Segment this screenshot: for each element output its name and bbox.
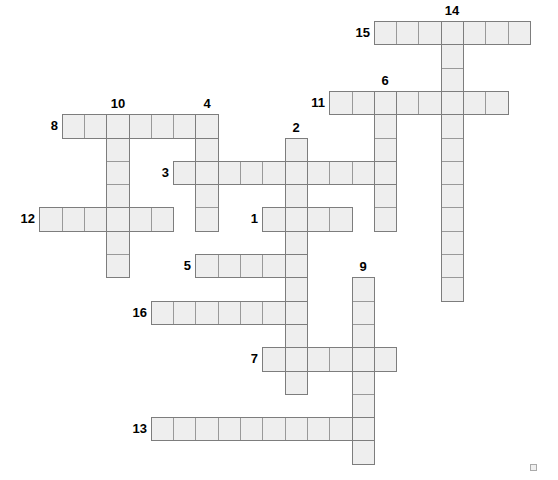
crossword-cell[interactable] — [374, 184, 397, 208]
clue-number-across-1: 1 — [251, 211, 258, 226]
crossword-cell[interactable] — [106, 161, 130, 185]
crossword-cell[interactable] — [106, 114, 130, 139]
crossword-cell[interactable] — [173, 114, 196, 139]
crossword-cell[interactable] — [352, 394, 375, 418]
crossword-cell[interactable] — [441, 277, 464, 302]
crossword-cell[interactable] — [352, 417, 375, 441]
crossword-cell[interactable] — [285, 417, 308, 441]
crossword-cell[interactable] — [195, 184, 219, 208]
crossword-cell[interactable] — [374, 21, 397, 45]
crossword-cell[interactable] — [441, 184, 464, 208]
clue-number-across-8: 8 — [51, 118, 58, 133]
crossword-cell[interactable] — [463, 91, 486, 115]
crossword-cell[interactable] — [195, 161, 219, 185]
crossword-cell[interactable] — [441, 231, 464, 255]
crossword-cell[interactable] — [441, 91, 464, 115]
clue-number-across-11: 11 — [311, 95, 325, 110]
crossword-cell[interactable] — [352, 91, 375, 115]
crossword-cell[interactable] — [285, 184, 308, 208]
crossword-cell[interactable] — [106, 184, 130, 208]
crossword-cell[interactable] — [441, 161, 464, 185]
crossword-cell[interactable] — [285, 347, 308, 372]
crossword-cell[interactable] — [441, 44, 464, 69]
clue-number-down-9: 9 — [359, 259, 366, 274]
crossword-board: 15118312151671314610429 — [0, 0, 558, 480]
crossword-cell[interactable] — [240, 301, 263, 325]
crossword-cell[interactable] — [441, 254, 464, 278]
crossword-cell[interactable] — [285, 138, 308, 162]
clue-number-down-2: 2 — [292, 120, 299, 135]
crossword-cell[interactable] — [441, 21, 464, 45]
crossword-cell[interactable] — [262, 254, 286, 278]
crossword-cell[interactable] — [374, 161, 397, 185]
clue-number-across-12: 12 — [21, 211, 35, 226]
clue-number-across-15: 15 — [356, 25, 370, 40]
crossword-cell[interactable] — [352, 301, 375, 325]
crossword-cell[interactable] — [173, 161, 196, 185]
crossword-cell[interactable] — [352, 161, 375, 185]
crossword-cell[interactable] — [508, 21, 531, 45]
crossword-cell[interactable] — [285, 231, 308, 255]
crossword-cell[interactable] — [106, 254, 130, 278]
crossword-cell[interactable] — [39, 207, 63, 232]
crossword-cell[interactable] — [485, 91, 509, 115]
crossword-cell[interactable] — [218, 417, 241, 441]
crossword-cell[interactable] — [285, 301, 308, 325]
crossword-cell[interactable] — [463, 21, 486, 45]
crossword-cell[interactable] — [329, 161, 353, 185]
clue-number-down-6: 6 — [381, 73, 388, 88]
crossword-cell[interactable] — [374, 138, 397, 162]
crossword-cell[interactable] — [218, 301, 241, 325]
crossword-cell[interactable] — [307, 207, 330, 232]
crossword-cell[interactable] — [151, 417, 174, 441]
crossword-cell[interactable] — [285, 371, 308, 395]
crossword-cell[interactable] — [84, 114, 107, 139]
crossword-cell[interactable] — [262, 347, 286, 372]
crossword-cell[interactable] — [441, 114, 464, 139]
crossword-cell[interactable] — [374, 207, 397, 232]
crossword-cell[interactable] — [374, 114, 397, 139]
crossword-cell[interactable] — [195, 207, 219, 232]
crossword-cell[interactable] — [218, 161, 241, 185]
clue-number-down-10: 10 — [111, 96, 125, 111]
crossword-cell[interactable] — [240, 254, 263, 278]
crossword-cell[interactable] — [285, 277, 308, 302]
crossword-cell[interactable] — [84, 207, 107, 232]
crossword-cell[interactable] — [129, 114, 152, 139]
crossword-cell[interactable] — [396, 91, 419, 115]
crossword-cell[interactable] — [195, 254, 219, 278]
crossword-cell[interactable] — [285, 254, 308, 278]
crossword-cell[interactable] — [329, 91, 353, 115]
corner-marker — [530, 464, 537, 471]
crossword-cell[interactable] — [151, 207, 174, 232]
crossword-cell[interactable] — [418, 91, 442, 115]
clue-number-down-14: 14 — [445, 3, 459, 18]
crossword-cell[interactable] — [352, 277, 375, 302]
crossword-cell[interactable] — [374, 347, 397, 372]
crossword-cell[interactable] — [285, 207, 308, 232]
crossword-cell[interactable] — [129, 207, 152, 232]
crossword-cell[interactable] — [329, 417, 353, 441]
clue-number-across-7: 7 — [251, 351, 258, 366]
crossword-cell[interactable] — [307, 161, 330, 185]
crossword-cell[interactable] — [418, 21, 442, 45]
crossword-cell[interactable] — [195, 417, 219, 441]
crossword-cell[interactable] — [485, 21, 509, 45]
crossword-cell[interactable] — [307, 347, 330, 372]
crossword-cell[interactable] — [262, 301, 286, 325]
crossword-cell[interactable] — [195, 114, 219, 139]
crossword-cell[interactable] — [285, 324, 308, 348]
crossword-cell[interactable] — [396, 21, 419, 45]
crossword-cell[interactable] — [218, 254, 241, 278]
crossword-cell[interactable] — [106, 207, 130, 232]
crossword-cell[interactable] — [195, 301, 219, 325]
crossword-cell[interactable] — [151, 114, 174, 139]
crossword-cell[interactable] — [441, 207, 464, 232]
crossword-cell[interactable] — [307, 417, 330, 441]
crossword-cell[interactable] — [173, 417, 196, 441]
clue-number-down-4: 4 — [203, 96, 210, 111]
crossword-cell[interactable] — [374, 91, 397, 115]
clue-number-across-16: 16 — [133, 305, 147, 320]
crossword-cell[interactable] — [329, 207, 353, 232]
crossword-cell[interactable] — [240, 161, 263, 185]
crossword-cell[interactable] — [62, 207, 85, 232]
crossword-cell[interactable] — [262, 417, 286, 441]
crossword-cell[interactable] — [352, 324, 375, 348]
crossword-cell[interactable] — [173, 301, 196, 325]
clue-number-across-13: 13 — [133, 421, 147, 436]
crossword-cell[interactable] — [262, 161, 286, 185]
crossword-cell[interactable] — [352, 371, 375, 395]
crossword-cell[interactable] — [285, 161, 308, 185]
crossword-cell[interactable] — [106, 231, 130, 255]
crossword-cell[interactable] — [106, 138, 130, 162]
crossword-cell[interactable] — [441, 138, 464, 162]
crossword-cell[interactable] — [352, 347, 375, 372]
crossword-cell[interactable] — [262, 207, 286, 232]
crossword-cell[interactable] — [151, 301, 174, 325]
clue-number-across-3: 3 — [162, 165, 169, 180]
crossword-cell[interactable] — [195, 138, 219, 162]
clue-number-across-5: 5 — [184, 258, 191, 273]
crossword-cell[interactable] — [240, 417, 263, 441]
crossword-cell[interactable] — [329, 347, 353, 372]
crossword-cell[interactable] — [352, 440, 375, 465]
crossword-cell[interactable] — [441, 68, 464, 92]
crossword-cell[interactable] — [62, 114, 85, 139]
